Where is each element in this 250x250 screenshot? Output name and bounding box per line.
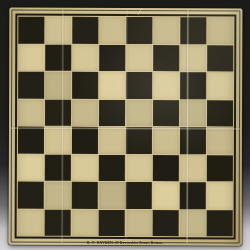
square-a1 [18,209,44,236]
square-e4 [126,127,152,154]
square-e6 [126,72,152,99]
square-h6 [207,72,233,99]
square-f7 [153,45,179,72]
square-b8 [45,17,71,44]
square-b4 [45,127,71,154]
square-e2 [126,182,152,209]
square-d1 [99,209,125,236]
square-g2 [180,182,206,209]
square-g8 [180,17,206,44]
square-a4 [18,127,44,154]
square-h4 [207,127,233,154]
square-e8 [126,17,152,44]
square-f6 [153,72,179,99]
square-f8 [153,17,179,44]
square-d8 [99,17,125,44]
square-h1 [207,210,233,237]
square-a2 [18,182,44,209]
maker-imprint: R. O. HAYDEN, 48 Devonshire Street, Bost… [53,240,197,245]
square-d5 [99,99,125,126]
square-c8 [72,17,98,44]
square-b1 [45,209,71,236]
square-a7 [18,44,44,71]
square-c4 [72,127,98,154]
square-h3 [207,155,233,182]
square-g4 [180,127,206,154]
square-h7 [207,45,233,72]
square-f4 [153,127,179,154]
square-c2 [72,182,98,209]
square-b7 [45,44,71,71]
square-b5 [45,99,71,126]
square-g1 [180,210,206,237]
square-f2 [153,182,179,209]
square-e7 [126,45,152,72]
square-a6 [18,72,44,99]
square-d2 [99,182,125,209]
square-b2 [45,182,71,209]
square-e1 [126,210,152,237]
square-f3 [153,155,179,182]
square-h8 [207,17,233,44]
square-c5 [72,99,98,126]
square-b3 [45,154,71,181]
square-d7 [99,44,125,71]
square-f5 [153,100,179,127]
square-g6 [180,72,206,99]
checker-grid [18,17,234,237]
square-c1 [72,209,98,236]
square-a8 [18,17,44,44]
square-g5 [180,100,206,127]
square-d3 [99,154,125,181]
square-d6 [99,72,125,99]
square-h5 [207,100,233,127]
square-g3 [180,155,206,182]
top-edge-tear [138,8,153,15]
checkerboard: R. O. HAYDEN, 48 Devonshire Street, Bost… [9,8,243,246]
square-g7 [180,45,206,72]
square-c3 [72,154,98,181]
square-e3 [126,155,152,182]
square-d4 [99,127,125,154]
square-h2 [207,182,233,209]
square-a3 [18,154,44,181]
square-a5 [18,99,44,126]
square-e5 [126,100,152,127]
square-c6 [72,72,98,99]
square-c7 [72,44,98,71]
photo-background: R. O. HAYDEN, 48 Devonshire Street, Bost… [0,0,250,250]
square-b6 [45,72,71,99]
square-f1 [153,210,179,237]
